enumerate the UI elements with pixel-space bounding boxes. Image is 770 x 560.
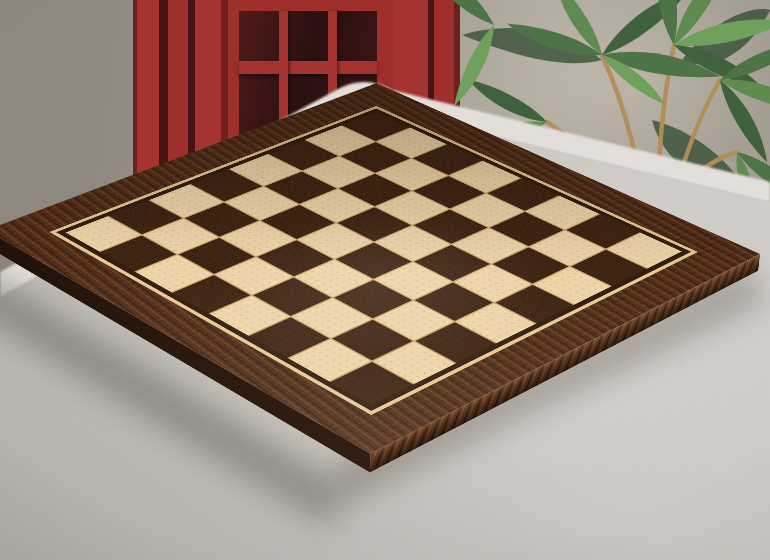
- product-photo-scene: [0, 0, 770, 560]
- chessboard: [91, 0, 657, 525]
